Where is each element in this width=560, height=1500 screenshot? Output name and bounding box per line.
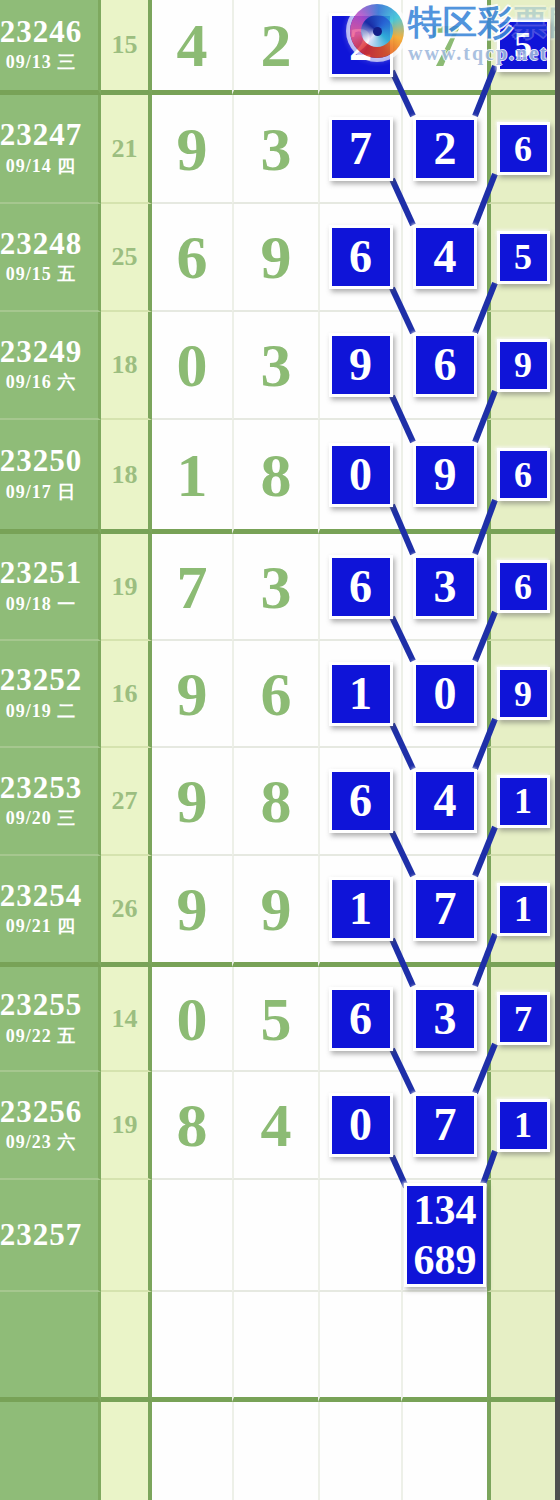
period-number: 23254 — [0, 880, 82, 913]
draw-row — [0, 1292, 560, 1402]
draw-row — [0, 1402, 560, 1500]
count-value: 15 — [112, 30, 138, 60]
digit-cell — [232, 1292, 318, 1402]
box-right-cell: 6 — [487, 534, 555, 641]
count-value: 18 — [112, 350, 138, 380]
count-cell: 19 — [101, 534, 152, 641]
period-number: 23253 — [0, 772, 82, 805]
drawn-digit: 9 — [177, 770, 208, 832]
draw-date: 09/13 三 — [6, 50, 77, 74]
digit-cell — [232, 1180, 318, 1292]
period-cell: 2324609/13 三 — [0, 0, 101, 95]
watermark: 特区彩票网 www.tqcp.net — [350, 4, 560, 65]
highlight-box: 0 — [329, 1093, 393, 1157]
box-mid-cell: 4 — [401, 748, 487, 856]
period-number: 23249 — [0, 336, 82, 369]
logo-center-dot — [373, 27, 382, 36]
digit-cell: 8 — [152, 1072, 232, 1180]
highlight-box-small: 1 — [497, 1099, 550, 1152]
watermark-text-block: 特区彩票网 www.tqcp.net — [408, 4, 560, 65]
count-value: 25 — [112, 242, 138, 272]
highlight-box: 7 — [413, 1093, 477, 1157]
box-right-cell: 1 — [487, 748, 555, 856]
digit-cell: 9 — [152, 95, 232, 204]
highlight-box: 6 — [329, 555, 393, 619]
box-left-cell: 1 — [318, 641, 401, 748]
draw-row: 23257134689 — [0, 1180, 560, 1292]
box-right-cell: 6 — [487, 95, 555, 204]
drawn-digit: 6 — [261, 663, 292, 725]
site-name-faint: 票网 — [513, 4, 560, 41]
box-right-cell: 5 — [487, 204, 555, 312]
draw-row: 2325009/17 日1818096 — [0, 420, 560, 534]
digit-cell: 9 — [152, 856, 232, 967]
digit-cell: 3 — [232, 95, 318, 204]
digit-cell: 1 — [152, 420, 232, 534]
period-number: 23251 — [0, 557, 82, 590]
box-left-cell: 6 — [318, 967, 401, 1072]
box-mid-cell: 4 — [401, 204, 487, 312]
digit-cell: 5 — [232, 967, 318, 1072]
draw-date: 09/23 六 — [6, 1130, 77, 1154]
draw-row: 2324709/14 四2193726 — [0, 95, 560, 204]
digit-cell: 6 — [152, 204, 232, 312]
digit-cell: 4 — [152, 0, 232, 95]
count-cell — [101, 1402, 152, 1500]
site-name-strong: 特区彩 — [408, 4, 513, 41]
drawn-digit: 9 — [177, 118, 208, 180]
prediction-box: 134689 — [404, 1183, 486, 1287]
count-cell — [101, 1292, 152, 1402]
box-right-cell: 1 — [487, 856, 555, 967]
period-cell: 2325409/21 四 — [0, 856, 101, 967]
draw-row: 2325309/20 三2798641 — [0, 748, 560, 856]
highlight-box: 1 — [329, 877, 393, 941]
box-left-cell — [318, 1402, 401, 1500]
box-mid-cell — [401, 1292, 487, 1402]
period-cell: 2325309/20 三 — [0, 748, 101, 856]
drawn-digit: 2 — [261, 14, 292, 76]
drawn-digit: 0 — [177, 988, 208, 1050]
period-number: 23255 — [0, 989, 82, 1022]
draw-date: 09/16 六 — [6, 370, 77, 394]
count-value: 16 — [112, 679, 138, 709]
site-logo-icon — [350, 4, 404, 58]
period-cell: 2325009/17 日 — [0, 420, 101, 534]
period-cell: 2325509/22 五 — [0, 967, 101, 1072]
highlight-box: 9 — [413, 443, 477, 507]
count-cell: 27 — [101, 748, 152, 856]
period-cell — [0, 1292, 101, 1402]
count-cell: 15 — [101, 0, 152, 95]
box-mid-cell: 6 — [401, 312, 487, 420]
box-mid-cell: 134689 — [401, 1180, 487, 1292]
draw-date: 09/21 四 — [6, 914, 77, 938]
highlight-box: 7 — [329, 117, 393, 181]
drawn-digit: 1 — [177, 444, 208, 506]
draw-date: 09/14 四 — [6, 154, 77, 178]
box-right-cell: 9 — [487, 312, 555, 420]
drawn-digit: 9 — [177, 663, 208, 725]
drawn-digit: 9 — [261, 878, 292, 940]
count-cell: 16 — [101, 641, 152, 748]
drawn-digit: 3 — [261, 334, 292, 396]
box-left-cell: 1 — [318, 856, 401, 967]
period-number: 23247 — [0, 119, 82, 152]
box-mid-cell: 7 — [401, 856, 487, 967]
count-cell: 18 — [101, 312, 152, 420]
box-right-cell: 1 — [487, 1072, 555, 1180]
box-right-cell — [487, 1292, 555, 1402]
draw-row: 2325109/18 一1973636 — [0, 534, 560, 641]
highlight-box-small: 9 — [497, 667, 550, 720]
digit-cell — [152, 1292, 232, 1402]
digit-cell: 7 — [152, 534, 232, 641]
box-left-cell — [318, 1180, 401, 1292]
drawn-digit: 6 — [177, 226, 208, 288]
highlight-box: 2 — [413, 117, 477, 181]
box-left-cell: 6 — [318, 748, 401, 856]
digit-cell: 9 — [232, 204, 318, 312]
box-left-cell: 6 — [318, 204, 401, 312]
lottery-trend-chart: 2324609/13 三15422752324709/14 四219372623… — [0, 0, 560, 1500]
count-value: 21 — [112, 134, 138, 164]
period-cell: 23257 — [0, 1180, 101, 1292]
count-value: 27 — [112, 786, 138, 816]
highlight-box-small: 9 — [497, 339, 550, 392]
box-right-cell: 6 — [487, 420, 555, 534]
period-number: 23250 — [0, 445, 82, 478]
box-left-cell — [318, 1292, 401, 1402]
digit-cell: 0 — [152, 967, 232, 1072]
box-left-cell: 7 — [318, 95, 401, 204]
period-number: 23257 — [0, 1219, 82, 1252]
highlight-box: 1 — [329, 662, 393, 726]
drawn-digit: 0 — [177, 334, 208, 396]
highlight-box-small: 5 — [497, 231, 550, 284]
box-mid-cell: 3 — [401, 967, 487, 1072]
digit-cell: 6 — [232, 641, 318, 748]
highlight-box: 6 — [329, 987, 393, 1051]
digit-cell: 3 — [232, 534, 318, 641]
digit-cell: 9 — [152, 641, 232, 748]
period-cell — [0, 1402, 101, 1500]
drawn-digit: 3 — [261, 118, 292, 180]
draw-date: 09/15 五 — [6, 262, 77, 286]
highlight-box: 6 — [413, 333, 477, 397]
digit-cell — [232, 1402, 318, 1500]
draw-date: 09/17 日 — [6, 480, 77, 504]
prediction-line: 689 — [414, 1235, 477, 1285]
highlight-box: 7 — [413, 877, 477, 941]
drawn-digit: 8 — [261, 770, 292, 832]
period-number: 23252 — [0, 664, 82, 697]
draw-row: 2325409/21 四2699171 — [0, 856, 560, 967]
digit-cell: 2 — [232, 0, 318, 95]
highlight-box: 4 — [413, 769, 477, 833]
period-cell: 2325109/18 一 — [0, 534, 101, 641]
period-number: 23248 — [0, 228, 82, 261]
box-left-cell: 0 — [318, 1072, 401, 1180]
box-mid-cell: 9 — [401, 420, 487, 534]
count-cell: 21 — [101, 95, 152, 204]
digit-cell: 9 — [152, 748, 232, 856]
box-right-cell: 7 — [487, 967, 555, 1072]
count-cell: 14 — [101, 967, 152, 1072]
drawn-digit: 8 — [177, 1094, 208, 1156]
drawn-digit: 9 — [261, 226, 292, 288]
period-number: 23246 — [0, 16, 82, 49]
highlight-box: 0 — [413, 662, 477, 726]
count-value: 14 — [112, 1004, 138, 1034]
drawn-digit: 7 — [177, 556, 208, 618]
box-mid-cell: 3 — [401, 534, 487, 641]
period-cell: 2325609/23 六 — [0, 1072, 101, 1180]
highlight-box: 3 — [413, 555, 477, 619]
highlight-box: 0 — [329, 443, 393, 507]
count-cell: 25 — [101, 204, 152, 312]
highlight-box-small: 6 — [497, 448, 550, 501]
highlight-box: 3 — [413, 987, 477, 1051]
box-right-cell: 9 — [487, 641, 555, 748]
count-value: 19 — [112, 572, 138, 602]
count-cell: 18 — [101, 420, 152, 534]
highlight-box: 4 — [413, 225, 477, 289]
digit-cell: 9 — [232, 856, 318, 967]
count-value: 18 — [112, 460, 138, 490]
draw-row: 2324809/15 五2569645 — [0, 204, 560, 312]
period-cell: 2324909/16 六 — [0, 312, 101, 420]
count-cell: 19 — [101, 1072, 152, 1180]
drawn-digit: 4 — [177, 14, 208, 76]
box-mid-cell: 7 — [401, 1072, 487, 1180]
box-left-cell: 9 — [318, 312, 401, 420]
highlight-box-small: 6 — [497, 560, 550, 613]
box-left-cell: 6 — [318, 534, 401, 641]
period-cell: 2324709/14 四 — [0, 95, 101, 204]
page-edge-strip — [555, 0, 560, 1500]
draw-date: 09/19 二 — [6, 699, 77, 723]
box-right-cell — [487, 1180, 555, 1292]
box-mid-cell: 0 — [401, 641, 487, 748]
drawn-digit: 8 — [261, 444, 292, 506]
highlight-box: 6 — [329, 769, 393, 833]
site-url: www.tqcp.net — [408, 42, 560, 65]
highlight-box: 9 — [329, 333, 393, 397]
drawn-digit: 5 — [261, 988, 292, 1050]
period-cell: 2325209/19 二 — [0, 641, 101, 748]
highlight-box-small: 1 — [497, 775, 550, 828]
draw-row: 2325509/22 五1405637 — [0, 967, 560, 1072]
digit-cell: 8 — [232, 748, 318, 856]
digit-cell: 3 — [232, 312, 318, 420]
site-name: 特区彩票网 — [408, 4, 560, 41]
draw-date: 09/18 一 — [6, 592, 77, 616]
count-cell — [101, 1180, 152, 1292]
box-mid-cell — [401, 1402, 487, 1500]
digit-cell — [152, 1402, 232, 1500]
digit-cell: 4 — [232, 1072, 318, 1180]
prediction-line: 134 — [414, 1185, 477, 1235]
drawn-digit: 3 — [261, 556, 292, 618]
drawn-digit: 4 — [261, 1094, 292, 1156]
count-value: 26 — [112, 894, 138, 924]
count-value: 19 — [112, 1110, 138, 1140]
digit-cell — [152, 1180, 232, 1292]
period-cell: 2324809/15 五 — [0, 204, 101, 312]
digit-cell: 0 — [152, 312, 232, 420]
box-left-cell: 0 — [318, 420, 401, 534]
highlight-box-small: 6 — [497, 122, 550, 175]
count-cell: 26 — [101, 856, 152, 967]
box-mid-cell: 2 — [401, 95, 487, 204]
highlight-box: 6 — [329, 225, 393, 289]
drawn-digit: 9 — [177, 878, 208, 940]
draw-row: 2324909/16 六1803969 — [0, 312, 560, 420]
digit-cell: 8 — [232, 420, 318, 534]
highlight-box-small: 7 — [497, 992, 550, 1045]
highlight-box-small: 1 — [497, 883, 550, 936]
period-number: 23256 — [0, 1096, 82, 1129]
draw-date: 09/20 三 — [6, 806, 77, 830]
draw-row: 2325609/23 六1984071 — [0, 1072, 560, 1180]
draw-date: 09/22 五 — [6, 1024, 77, 1048]
draw-row: 2325209/19 二1696109 — [0, 641, 560, 748]
box-right-cell — [487, 1402, 555, 1500]
